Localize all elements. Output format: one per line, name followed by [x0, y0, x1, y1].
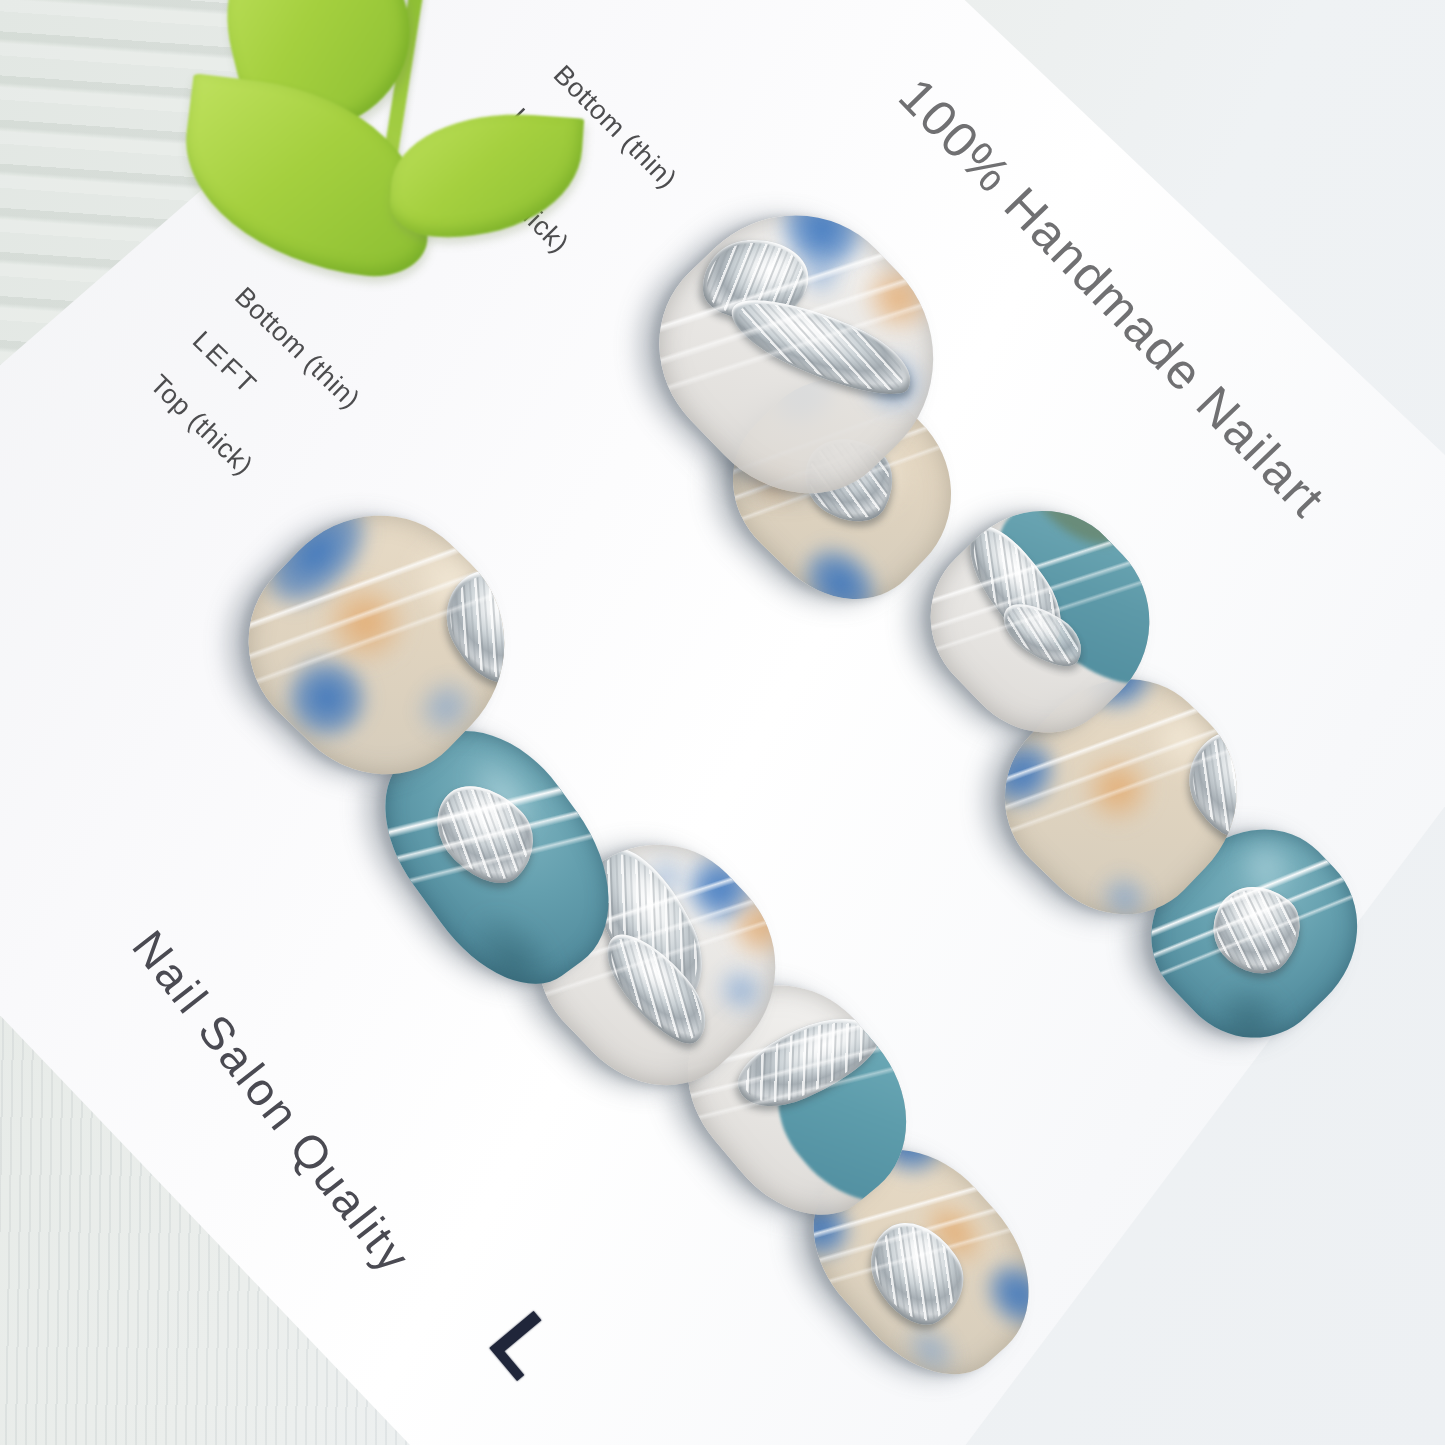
size-mark: L: [470, 1294, 577, 1396]
photo-scene: Bottom (thin) LEFT Top (thick) Bottom (t…: [0, 0, 1445, 1445]
orientation-label-left: Bottom (thin) LEFT Top (thick): [134, 271, 376, 514]
